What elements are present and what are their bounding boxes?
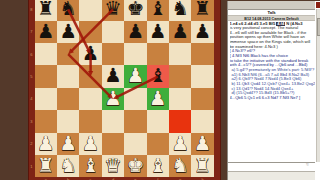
move-text[interactable]: N (4.Nc3 [285,22,303,26]
piece-black-k-e8[interactable]: ♚ [124,0,146,21]
square-f1[interactable]: ♝ [147,155,169,177]
file-label-a: a [35,177,57,180]
piece-black-b-f5[interactable]: ♝ [147,65,169,87]
square-c3[interactable] [79,110,101,132]
square-e2[interactable] [124,133,146,155]
piece-black-p-d5[interactable]: ♟ [102,65,124,87]
square-g5[interactable] [169,65,191,87]
move-list[interactable]: 1.e4 c6 2.d4 d5 3.e5 Bf5 4.f4 N (4.Nc3is… [230,22,315,101]
chess-app-window: 87654321 abcdefgh ♜♞♛♚♝♞♜♟♟♟♟♟♟♟♟♟♝♟♟♟♟♟… [0,0,320,180]
square-a5[interactable] [35,65,57,87]
rank-label-3: 3 [28,110,35,132]
square-g8[interactable]: ♞ [169,0,191,21]
square-f5[interactable]: ♝ [147,65,169,87]
square-b6[interactable] [57,43,79,65]
notation-scrollbar[interactable] [316,9,320,162]
piece-white-p-g2[interactable]: ♟ [169,133,191,155]
square-h8[interactable]: ♜ [191,0,213,21]
square-g6[interactable] [169,43,191,65]
game-title: Talk [228,10,315,15]
panel-divider [228,162,315,163]
square-h7[interactable]: ♟ [191,21,213,43]
piece-black-n-g8[interactable]: ♞ [169,0,191,21]
notation-line-17[interactable]: 4...Qb6 5.Qc1 e6 6.c3 Nd7 7.Nf3 Ne7 ] [230,96,315,101]
piece-black-b-f8[interactable]: ♝ [147,0,169,21]
square-h3[interactable] [191,110,213,132]
square-h2[interactable]: ♟ [191,133,213,155]
piece-white-p-f4[interactable]: ♟ [147,88,169,110]
rank-label-8: 8 [28,0,35,21]
square-a3[interactable] [35,110,57,132]
piece-white-p-h2[interactable]: ♟ [191,133,213,155]
square-c8[interactable] [79,0,101,21]
piece-black-p-a7[interactable]: ♟ [35,21,57,43]
resize-handle-icon[interactable]: ≈ [306,161,309,167]
rank-label-2: 2 [28,133,35,155]
game-header: B12 14.08.2013 Camera Default [228,15,315,21]
piece-white-b-f1[interactable]: ♝ [147,155,169,177]
square-b1[interactable]: ♞ [57,155,79,177]
square-f4[interactable]: ♟ [147,88,169,110]
square-b3[interactable] [57,110,79,132]
rank-label-5: 5 [28,65,35,87]
square-d5[interactable]: ♟ [102,65,124,87]
piece-black-p-g7[interactable]: ♟ [169,21,191,43]
square-e7[interactable]: ♟ [124,21,146,43]
square-b2[interactable]: ♟ [57,133,79,155]
piece-white-p-c2[interactable]: ♟ [79,133,101,155]
square-h4[interactable] [191,88,213,110]
square-e4[interactable] [124,88,146,110]
square-c4[interactable] [79,88,101,110]
current-move[interactable]: 4.f4 [276,22,285,26]
file-label-d: d [102,177,124,180]
square-d6[interactable] [102,43,124,65]
square-d1[interactable]: ♛ [102,155,124,177]
rank-label-4: 4 [28,88,35,110]
square-c1[interactable]: ♝ [79,155,101,177]
notation-panel: NotationReferenceTableTrainingScore Talk… [227,1,320,180]
rank-label-1: 1 [28,155,35,177]
square-e6[interactable] [124,43,146,65]
square-f6[interactable] [147,43,169,65]
square-d2[interactable] [102,133,124,155]
rank-label-6: 6 [28,43,35,65]
move-text[interactable]: 1.e4 c6 2.d4 d5 3.e5 Bf5 [230,22,277,26]
piece-black-p-f7[interactable]: ♟ [147,21,169,43]
square-a4[interactable] [35,88,57,110]
square-d8[interactable]: ♛ [102,0,124,21]
square-e5[interactable]: ♟ [124,65,146,87]
piece-white-p-e5[interactable]: ♟ [124,65,146,87]
piece-black-p-c6[interactable]: ♟ [79,43,101,65]
annotation-toolbar: !?!??!+-?!±∓=∞#N [228,171,315,181]
square-c2[interactable]: ♟ [79,133,101,155]
square-a2[interactable]: ♟ [35,133,57,155]
square-c5[interactable] [79,65,101,87]
square-d7[interactable] [102,21,124,43]
file-label-b: b [57,177,79,180]
square-d4[interactable]: ♟ [102,88,124,110]
piece-black-p-e7[interactable]: ♟ [124,21,146,43]
square-a8[interactable]: ♜ [35,0,57,21]
square-c6[interactable]: ♟ [79,43,101,65]
file-label-e: e [124,177,146,180]
square-e8[interactable]: ♚ [124,0,146,21]
piece-black-q-d8[interactable]: ♛ [102,0,124,21]
square-e1[interactable]: ♚ [124,155,146,177]
piece-white-p-b2[interactable]: ♟ [57,133,79,155]
piece-white-p-d4[interactable]: ♟ [102,88,124,110]
square-a7[interactable]: ♟ [35,21,57,43]
piece-white-n-b1[interactable]: ♞ [57,155,79,177]
piece-white-k-e1[interactable]: ♚ [124,155,146,177]
square-b5[interactable] [57,65,79,87]
square-g3[interactable] [169,110,191,132]
square-f8[interactable]: ♝ [147,0,169,21]
square-h5[interactable] [191,65,213,87]
piece-white-n-g1[interactable]: ♞ [169,155,191,177]
square-b4[interactable] [57,88,79,110]
square-f3[interactable] [147,110,169,132]
square-a1[interactable]: ♜ [35,155,57,177]
piece-black-p-b7[interactable]: ♟ [57,21,79,43]
square-e3[interactable] [124,110,146,132]
file-label-g: g [169,177,191,180]
file-label-c: c [79,177,101,180]
square-g4[interactable] [169,88,191,110]
square-b7[interactable]: ♟ [57,21,79,43]
square-h1[interactable]: ♜ [191,155,213,177]
piece-black-n-b8[interactable]: ♞ [57,0,79,21]
piece-white-r-h1[interactable]: ♜ [191,155,213,177]
square-d3[interactable] [102,110,124,132]
square-h6[interactable] [191,43,213,65]
board-squares[interactable]: ♜♞♛♚♝♞♜♟♟♟♟♟♟♟♟♟♝♟♟♟♟♟♟♟♜♞♝♛♚♝♞♜ [35,0,214,177]
square-g2[interactable]: ♟ [169,133,191,155]
square-f2[interactable] [147,133,169,155]
piece-white-b-c1[interactable]: ♝ [79,155,101,177]
square-g7[interactable]: ♟ [169,21,191,43]
rank-label-7: 7 [28,21,35,43]
file-label-h: h [191,177,213,180]
square-b8[interactable]: ♞ [57,0,79,21]
square-c7[interactable] [79,21,101,43]
square-a6[interactable] [35,43,57,65]
piece-black-r-h8[interactable]: ♜ [191,0,213,21]
piece-white-p-a2[interactable]: ♟ [35,133,57,155]
square-g1[interactable]: ♞ [169,155,191,177]
piece-white-q-d1[interactable]: ♛ [102,155,124,177]
piece-white-r-a1[interactable]: ♜ [35,155,57,177]
piece-black-r-a8[interactable]: ♜ [35,0,57,21]
panel-corner-button[interactable] [316,2,320,8]
square-f7[interactable]: ♟ [147,21,169,43]
piece-black-p-h7[interactable]: ♟ [191,21,213,43]
file-label-f: f [147,177,169,180]
